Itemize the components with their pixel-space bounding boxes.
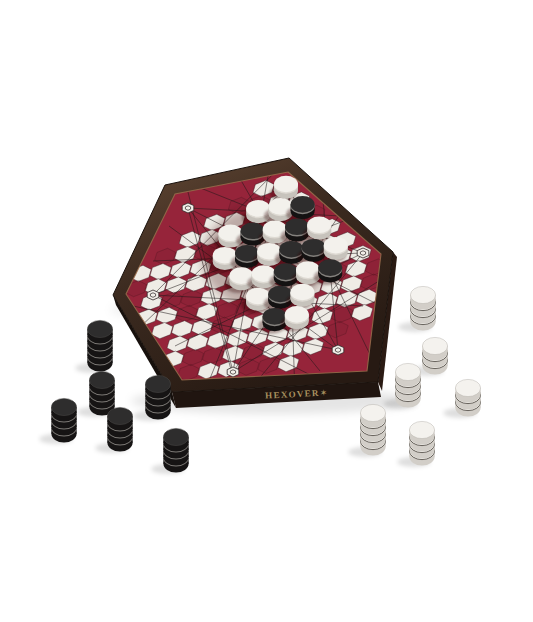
- corner-node: [227, 367, 239, 377]
- corner-node: [182, 203, 194, 213]
- corner-node: [332, 345, 344, 355]
- product-photo-stage: HEXOVER✶: [0, 0, 533, 622]
- hexover-scene: HEXOVER✶: [0, 0, 533, 622]
- corner-node: [147, 290, 159, 300]
- corner-node: [357, 248, 369, 258]
